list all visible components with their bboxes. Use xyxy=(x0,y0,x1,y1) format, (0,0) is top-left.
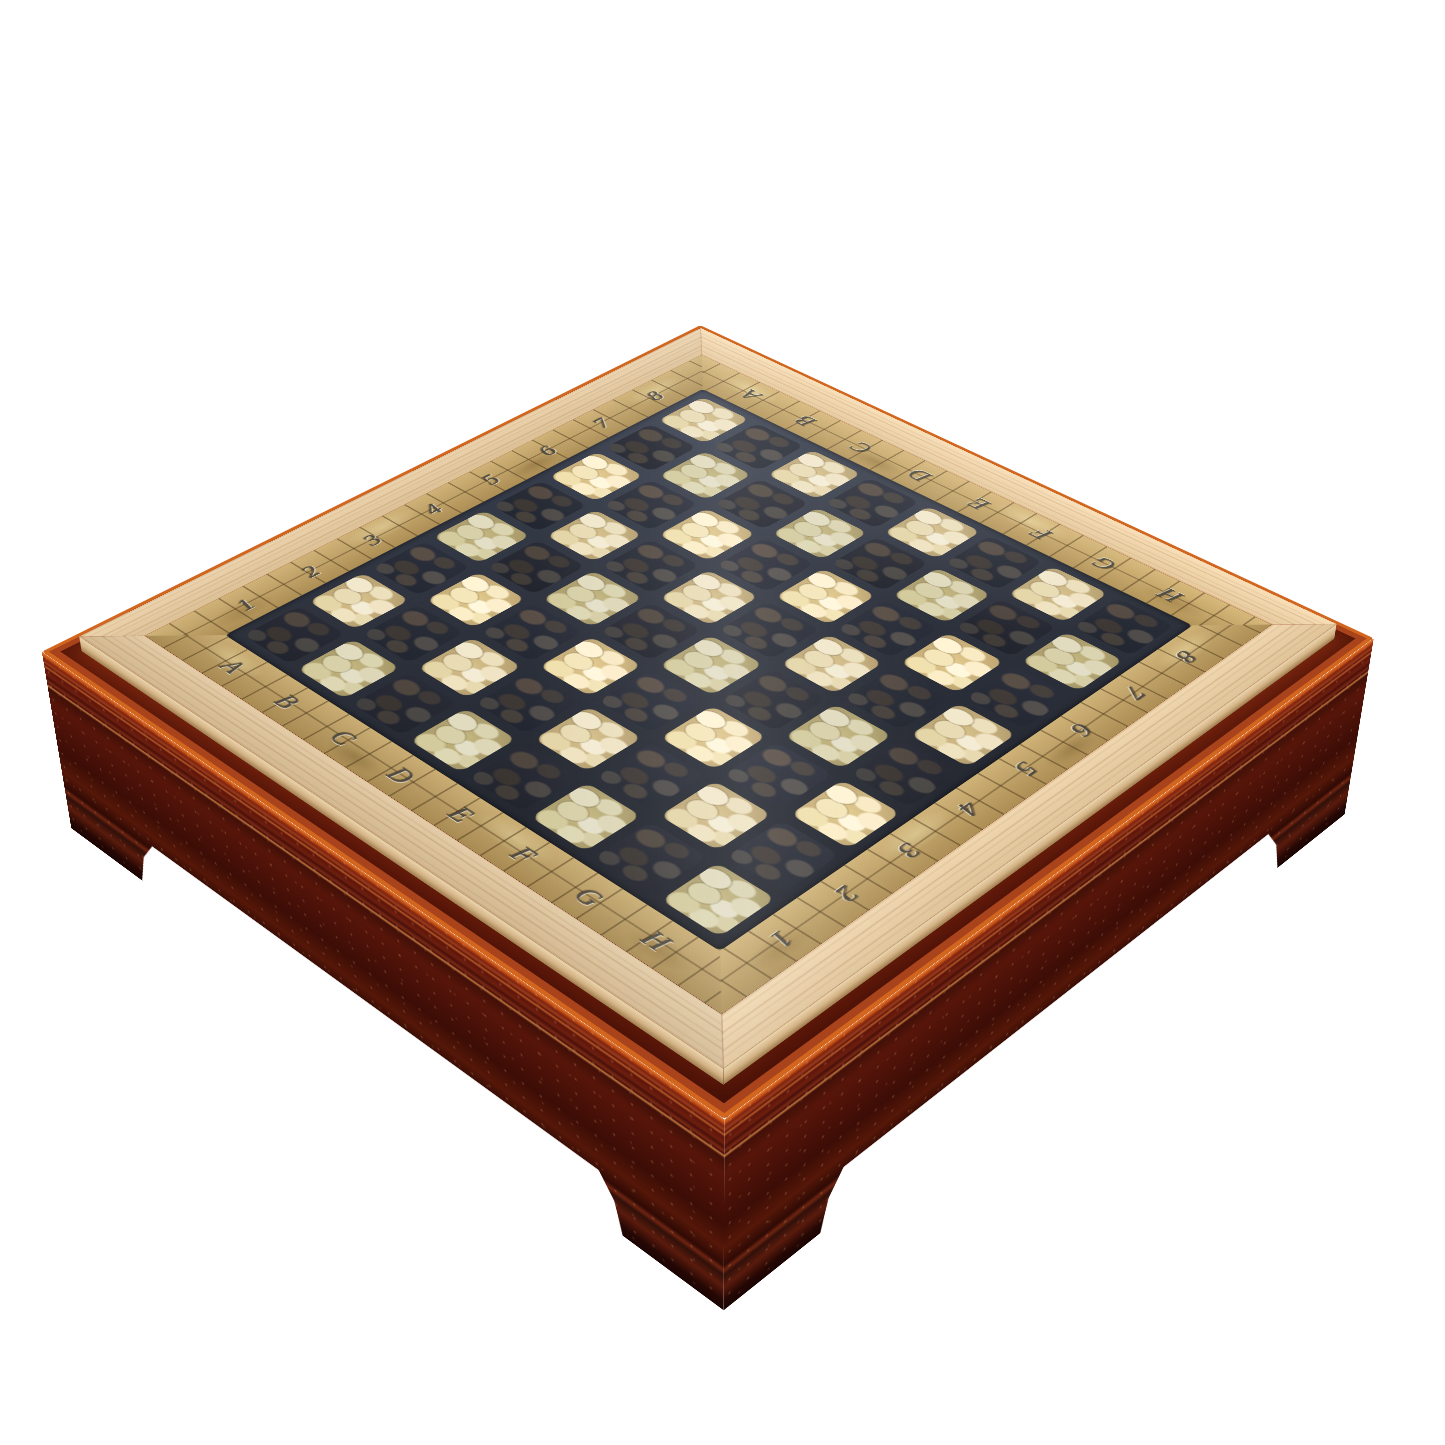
square-e1[interactable] xyxy=(469,744,578,811)
board: ABCDEFGH ABCDEFGH 87654321 87654321 xyxy=(79,328,1336,1069)
scene: ABCDEFGH ABCDEFGH 87654321 87654321 xyxy=(0,0,1445,1445)
square-d3[interactable] xyxy=(539,636,642,696)
chessboard-3d: ABCDEFGH ABCDEFGH 87654321 87654321 xyxy=(42,325,1374,1119)
